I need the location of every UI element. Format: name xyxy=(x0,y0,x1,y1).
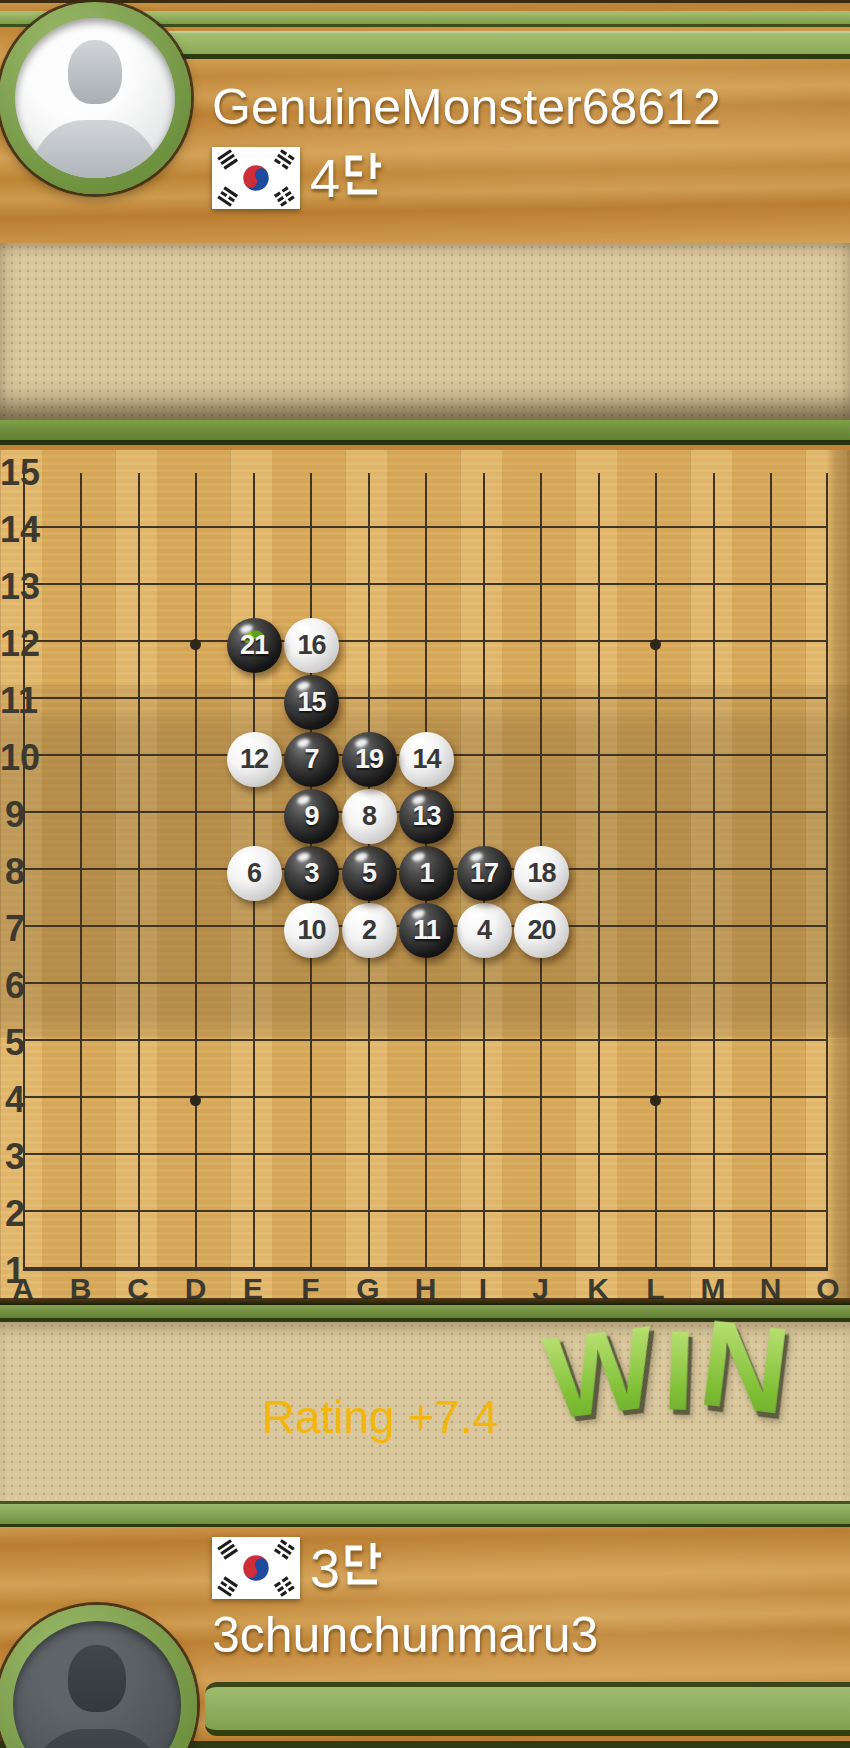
win-letter: N xyxy=(694,1304,795,1429)
stone-black-13: 13 xyxy=(399,789,454,844)
person-silhouette-icon xyxy=(30,1729,164,1748)
stone-black-9: 9 xyxy=(284,789,339,844)
row-label: 4 xyxy=(0,1081,30,1119)
row-label: 12 xyxy=(0,625,30,663)
lower-green-strip xyxy=(0,1501,850,1527)
dan-hangul-glyph xyxy=(343,1537,383,1599)
stone-white-12: 12 xyxy=(227,732,282,787)
avatar-background xyxy=(13,1621,181,1748)
dan-hangul-glyph xyxy=(343,147,383,209)
row-label: 9 xyxy=(0,796,30,834)
move-number: 16 xyxy=(297,630,325,661)
move-number: 8 xyxy=(362,801,376,832)
gomoku-board[interactable]: 151413121110987654321 ABCDEFGHIJKLMNO 12… xyxy=(0,450,850,1298)
move-number: 19 xyxy=(355,744,383,775)
top-edge-line xyxy=(0,0,850,3)
row-label: 10 xyxy=(0,739,30,777)
star-point xyxy=(650,1095,661,1106)
stone-black-19: 19 xyxy=(342,732,397,787)
stone-white-16: 16 xyxy=(284,618,339,673)
stone-black-5: 5 xyxy=(342,846,397,901)
stone-white-4: 4 xyxy=(457,903,512,958)
avatar-background xyxy=(15,18,175,178)
top-player-rank: 4 xyxy=(310,147,383,209)
move-number: 6 xyxy=(247,858,261,889)
stone-black-3: 3 xyxy=(284,846,339,901)
stone-black-21: 21 xyxy=(227,618,282,673)
stone-black-1: 1 xyxy=(399,846,454,901)
upper-texture-band xyxy=(0,243,850,420)
person-silhouette-icon xyxy=(68,40,122,104)
star-point xyxy=(190,639,201,650)
top-player-name: GenuineMonster68612 xyxy=(212,78,721,136)
move-number: 7 xyxy=(304,744,318,775)
move-number: 20 xyxy=(527,915,555,946)
korea-flag-icon xyxy=(212,1537,300,1599)
move-number: 4 xyxy=(477,915,491,946)
stone-black-11: 11 xyxy=(399,903,454,958)
move-number: 5 xyxy=(362,858,376,889)
move-number: 9 xyxy=(304,801,318,832)
move-number: 10 xyxy=(297,915,325,946)
move-number: 15 xyxy=(297,687,325,718)
rank-number: 3 xyxy=(310,1537,340,1599)
bottom-player-rank-row: 3 xyxy=(212,1537,383,1599)
bottom-player-rank: 3 xyxy=(310,1537,383,1599)
move-number: 18 xyxy=(527,858,555,889)
stone-black-15: 15 xyxy=(284,675,339,730)
move-number: 17 xyxy=(470,858,498,889)
row-label: 7 xyxy=(0,910,30,948)
rating-change-text: Rating +7.4 xyxy=(262,1390,499,1444)
bottom-player-name: 3chunchunmaru3 xyxy=(212,1606,598,1664)
move-number: 11 xyxy=(413,915,440,946)
top-player-rank-row: 4 xyxy=(212,147,383,209)
stone-white-10: 10 xyxy=(284,903,339,958)
move-number: 1 xyxy=(419,858,433,889)
row-label: 15 xyxy=(0,454,30,492)
rank-number: 4 xyxy=(310,147,340,209)
row-label: 6 xyxy=(0,967,30,1005)
board-top-green-strip xyxy=(0,420,850,445)
star-point xyxy=(190,1095,201,1106)
move-number: 14 xyxy=(412,744,440,775)
stone-black-17: 17 xyxy=(457,846,512,901)
move-number: 3 xyxy=(304,858,318,889)
top-banner-panel xyxy=(150,31,850,59)
korea-flag-icon xyxy=(212,147,300,209)
bottom-banner-panel xyxy=(205,1682,850,1736)
star-point xyxy=(650,639,661,650)
row-label: 11 xyxy=(0,682,30,720)
person-silhouette-icon xyxy=(68,1645,125,1712)
stone-white-18: 18 xyxy=(514,846,569,901)
stone-white-20: 20 xyxy=(514,903,569,958)
top-player-avatar[interactable] xyxy=(0,2,191,194)
row-label: 8 xyxy=(0,853,30,891)
move-number: 13 xyxy=(412,801,440,832)
row-label: 2 xyxy=(0,1195,30,1233)
win-banner: W I N xyxy=(545,1312,787,1422)
row-label: 3 xyxy=(0,1138,30,1176)
stone-white-8: 8 xyxy=(342,789,397,844)
person-silhouette-icon xyxy=(31,120,159,178)
win-letter: I xyxy=(661,1317,697,1425)
stone-black-7: 7 xyxy=(284,732,339,787)
move-number: 21 xyxy=(240,630,268,661)
stone-white-6: 6 xyxy=(227,846,282,901)
board-shade-band-light xyxy=(0,685,850,713)
move-number: 12 xyxy=(240,744,268,775)
row-label: 13 xyxy=(0,568,30,606)
stone-white-14: 14 xyxy=(399,732,454,787)
move-number: 2 xyxy=(362,915,376,946)
game-screen: GenuineMonster68612 4 151413121110987654… xyxy=(0,0,850,1748)
row-label: 14 xyxy=(0,511,30,549)
stone-white-2: 2 xyxy=(342,903,397,958)
win-letter: W xyxy=(539,1312,661,1435)
row-label: 5 xyxy=(0,1024,30,1062)
